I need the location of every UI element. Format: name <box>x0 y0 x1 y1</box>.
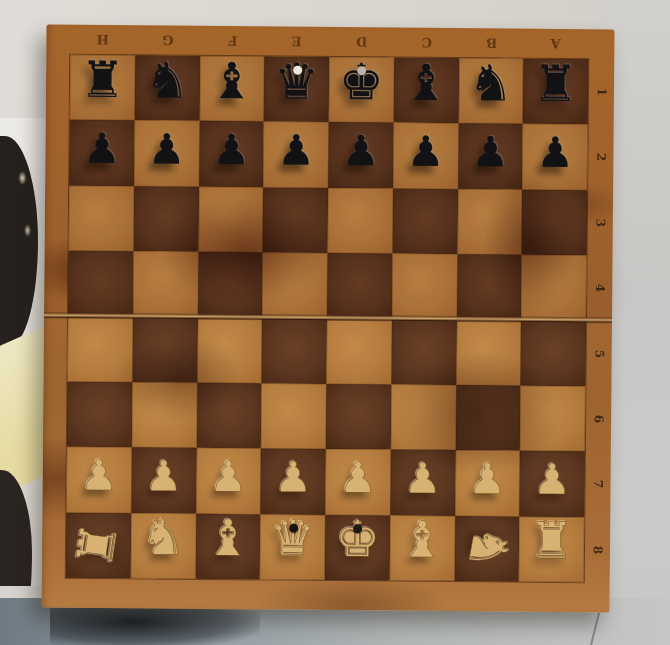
black-knight[interactable]: ♞ <box>468 58 513 108</box>
square-a5[interactable] <box>68 251 133 317</box>
square-a1[interactable]: ♜ <box>66 512 131 578</box>
black-pawn[interactable]: ♟ <box>471 131 509 173</box>
square-f1[interactable]: ♝ <box>389 515 454 581</box>
black-pawn[interactable]: ♟ <box>148 128 186 170</box>
white-pawn[interactable]: ♟ <box>145 455 183 497</box>
square-d8[interactable]: ♛ <box>264 56 329 122</box>
square-h1[interactable]: ♜ <box>519 516 584 582</box>
black-pawn[interactable]: ♟ <box>536 132 574 174</box>
square-c5[interactable] <box>198 252 263 318</box>
square-h2[interactable]: ♟ <box>520 451 585 517</box>
square-f2[interactable]: ♟ <box>390 450 455 516</box>
finial-dot <box>293 66 302 75</box>
black-bishop[interactable]: ♝ <box>404 57 449 107</box>
square-e7[interactable]: ♟ <box>328 122 393 188</box>
square-c1[interactable]: ♝ <box>195 513 260 579</box>
square-b3[interactable] <box>132 382 197 448</box>
square-g6[interactable] <box>457 189 522 255</box>
chess-board: HGFEDCBA 12345678 ♜♞♝♛♚♝♞♜♟♟♟♟♟♟♟♟♟♟♟♟♟♟… <box>41 25 614 613</box>
square-c4[interactable] <box>197 317 262 383</box>
square-d2[interactable]: ♟ <box>261 449 326 515</box>
square-e1[interactable]: ♚ <box>325 515 390 581</box>
square-b6[interactable] <box>133 186 198 252</box>
square-e5[interactable] <box>327 253 392 319</box>
white-pawn[interactable]: ♟ <box>533 459 571 501</box>
square-b4[interactable] <box>132 317 197 383</box>
white-pawn[interactable]: ♟ <box>274 456 312 498</box>
square-e4[interactable] <box>326 318 391 384</box>
square-c2[interactable]: ♟ <box>196 448 261 514</box>
board-cast-shadow <box>50 608 260 645</box>
white-knight[interactable]: ♞ <box>460 522 517 575</box>
photo-scene: HGFEDCBA 12345678 ♜♞♝♛♚♝♞♜♟♟♟♟♟♟♟♟♟♟♟♟♟♟… <box>0 0 670 645</box>
black-rook[interactable]: ♜ <box>80 55 125 105</box>
square-e8[interactable]: ♚ <box>329 57 394 123</box>
square-g8[interactable]: ♞ <box>458 58 523 124</box>
square-g7[interactable]: ♟ <box>458 124 523 190</box>
finial-dot <box>289 523 298 532</box>
white-bishop[interactable]: ♝ <box>400 515 445 565</box>
white-pawn[interactable]: ♟ <box>339 457 377 499</box>
black-pawn[interactable]: ♟ <box>342 130 380 172</box>
square-d7[interactable]: ♟ <box>263 122 328 188</box>
square-e2[interactable]: ♟ <box>325 449 390 515</box>
black-pawn[interactable]: ♟ <box>83 128 121 170</box>
square-g4[interactable] <box>456 320 521 386</box>
square-g5[interactable] <box>456 254 521 320</box>
square-b5[interactable] <box>133 251 198 317</box>
butterfly-wing-icon <box>0 470 32 586</box>
white-pawn[interactable]: ♟ <box>404 458 442 500</box>
white-queen[interactable]: ♛ <box>270 514 315 564</box>
white-king[interactable]: ♚ <box>335 514 380 564</box>
square-h7[interactable]: ♟ <box>522 124 587 190</box>
square-d6[interactable] <box>263 187 328 253</box>
white-pawn[interactable]: ♟ <box>209 456 247 498</box>
square-f8[interactable]: ♝ <box>393 58 458 124</box>
square-a8[interactable]: ♜ <box>70 55 135 121</box>
square-b7[interactable]: ♟ <box>134 121 199 187</box>
square-d5[interactable] <box>262 253 327 319</box>
white-pawn[interactable]: ♟ <box>80 455 118 497</box>
square-c6[interactable] <box>198 187 263 253</box>
square-f5[interactable] <box>392 254 457 320</box>
white-rook[interactable]: ♜ <box>529 516 574 566</box>
black-pawn[interactable]: ♟ <box>212 129 250 171</box>
square-c7[interactable]: ♟ <box>199 121 264 187</box>
square-d3[interactable] <box>261 383 326 449</box>
square-h6[interactable] <box>522 189 587 255</box>
black-rook[interactable]: ♜ <box>533 58 578 108</box>
square-a7[interactable]: ♟ <box>69 120 134 186</box>
square-d1[interactable]: ♛ <box>260 514 325 580</box>
black-pawn[interactable]: ♟ <box>277 130 315 172</box>
square-h5[interactable] <box>521 255 586 321</box>
square-e3[interactable] <box>326 384 391 450</box>
black-pawn[interactable]: ♟ <box>407 131 445 173</box>
square-g1[interactable]: ♞ <box>454 516 519 582</box>
square-g3[interactable] <box>455 385 520 451</box>
white-bishop[interactable]: ♝ <box>205 513 250 563</box>
square-e6[interactable] <box>328 188 393 254</box>
square-c3[interactable] <box>196 383 261 449</box>
square-f7[interactable]: ♟ <box>393 123 458 189</box>
square-f3[interactable] <box>391 384 456 450</box>
square-d4[interactable] <box>262 318 327 384</box>
square-a4[interactable] <box>67 316 132 382</box>
square-a6[interactable] <box>69 185 134 251</box>
white-knight[interactable]: ♞ <box>141 513 186 563</box>
square-b1[interactable]: ♞ <box>130 513 195 579</box>
white-pawn[interactable]: ♟ <box>468 458 506 500</box>
black-knight[interactable]: ♞ <box>145 55 190 105</box>
square-f6[interactable] <box>392 188 457 254</box>
black-king[interactable]: ♚ <box>339 57 384 107</box>
square-b2[interactable]: ♟ <box>131 448 196 514</box>
black-bishop[interactable]: ♝ <box>209 56 254 106</box>
square-b8[interactable]: ♞ <box>134 55 199 121</box>
butterfly-wing-icon <box>0 136 38 346</box>
black-queen[interactable]: ♛ <box>274 56 319 106</box>
square-f4[interactable] <box>391 319 456 385</box>
white-rook[interactable]: ♜ <box>69 519 125 571</box>
square-a2[interactable]: ♟ <box>66 447 131 513</box>
square-c8[interactable]: ♝ <box>199 56 264 122</box>
square-a3[interactable] <box>67 382 132 448</box>
square-h4[interactable] <box>521 320 586 386</box>
square-h3[interactable] <box>520 386 585 452</box>
square-g2[interactable]: ♟ <box>455 450 520 516</box>
square-h8[interactable]: ♜ <box>523 59 588 125</box>
